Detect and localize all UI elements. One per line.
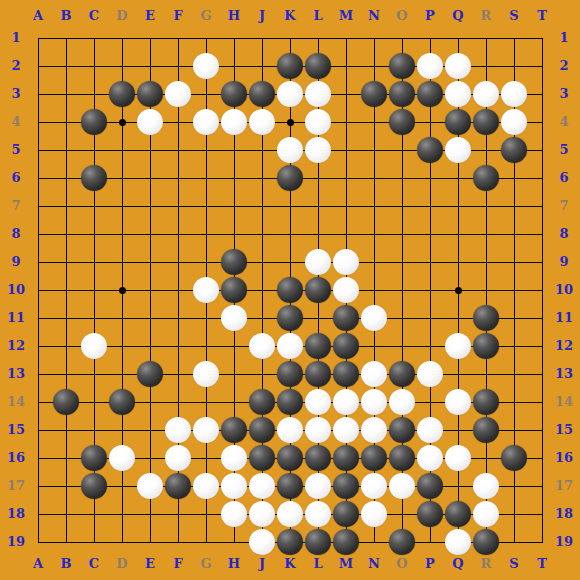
stone-black-o2[interactable] xyxy=(389,53,415,79)
row-label-left-11: 11 xyxy=(1,310,31,326)
stone-white-h16[interactable] xyxy=(221,445,247,471)
stone-black-d14[interactable] xyxy=(109,389,135,415)
stone-black-c4[interactable] xyxy=(81,109,107,135)
stone-black-r12[interactable] xyxy=(473,333,499,359)
row-label-right-6: 6 xyxy=(549,170,579,186)
go-board-app: AABBCCDDEEFFGGHHJJKKLLMMNNOOPPQQRRSSTT11… xyxy=(0,0,580,580)
column-label-bottom-l: L xyxy=(303,556,333,572)
stone-black-h3[interactable] xyxy=(221,81,247,107)
column-label-top-q: Q xyxy=(443,8,473,24)
stone-black-m11[interactable] xyxy=(333,305,359,331)
stone-white-p16[interactable] xyxy=(417,445,443,471)
stone-black-r14[interactable] xyxy=(473,389,499,415)
stone-black-m13[interactable] xyxy=(333,361,359,387)
column-label-top-e: E xyxy=(135,8,165,24)
column-label-bottom-d: D xyxy=(107,556,137,572)
stone-white-l4[interactable] xyxy=(305,109,331,135)
stone-black-n16[interactable] xyxy=(361,445,387,471)
stone-white-m15[interactable] xyxy=(333,417,359,443)
column-label-top-s: S xyxy=(499,8,529,24)
column-label-bottom-k: K xyxy=(275,556,305,572)
stone-white-g4[interactable] xyxy=(193,109,219,135)
stone-black-m18[interactable] xyxy=(333,501,359,527)
column-label-top-b: B xyxy=(51,8,81,24)
stone-black-r6[interactable] xyxy=(473,165,499,191)
row-label-left-12: 12 xyxy=(1,338,31,354)
row-label-left-17: 17 xyxy=(1,478,31,494)
star-point-d4 xyxy=(119,119,126,126)
stone-black-c6[interactable] xyxy=(81,165,107,191)
stone-black-r19[interactable] xyxy=(473,529,499,555)
stone-black-l13[interactable] xyxy=(305,361,331,387)
row-label-left-8: 8 xyxy=(1,226,31,242)
column-label-bottom-t: T xyxy=(527,556,557,572)
stone-white-g15[interactable] xyxy=(193,417,219,443)
stone-white-r17[interactable] xyxy=(473,473,499,499)
stone-white-p13[interactable] xyxy=(417,361,443,387)
stone-black-o3[interactable] xyxy=(389,81,415,107)
stone-black-k10[interactable] xyxy=(277,277,303,303)
stone-black-l19[interactable] xyxy=(305,529,331,555)
stone-white-o14[interactable] xyxy=(389,389,415,415)
stone-white-s3[interactable] xyxy=(501,81,527,107)
column-label-top-k: K xyxy=(275,8,305,24)
stone-black-e13[interactable] xyxy=(137,361,163,387)
stone-black-o4[interactable] xyxy=(389,109,415,135)
stone-white-n15[interactable] xyxy=(361,417,387,443)
row-label-left-13: 13 xyxy=(1,366,31,382)
row-label-left-15: 15 xyxy=(1,422,31,438)
stone-white-q5[interactable] xyxy=(445,137,471,163)
row-label-left-10: 10 xyxy=(1,282,31,298)
stone-black-m16[interactable] xyxy=(333,445,359,471)
stone-black-p18[interactable] xyxy=(417,501,443,527)
row-label-right-17: 17 xyxy=(549,478,579,494)
stone-black-j3[interactable] xyxy=(249,81,275,107)
column-label-bottom-p: P xyxy=(415,556,445,572)
stone-white-k18[interactable] xyxy=(277,501,303,527)
stone-black-k13[interactable] xyxy=(277,361,303,387)
stone-black-s16[interactable] xyxy=(501,445,527,471)
stone-white-g10[interactable] xyxy=(193,277,219,303)
stone-black-p17[interactable] xyxy=(417,473,443,499)
stone-white-h11[interactable] xyxy=(221,305,247,331)
stone-black-f17[interactable] xyxy=(165,473,191,499)
row-label-left-3: 3 xyxy=(1,86,31,102)
row-label-left-16: 16 xyxy=(1,450,31,466)
stone-black-l16[interactable] xyxy=(305,445,331,471)
stone-white-q16[interactable] xyxy=(445,445,471,471)
stone-white-f16[interactable] xyxy=(165,445,191,471)
stone-white-m9[interactable] xyxy=(333,249,359,275)
stone-black-b14[interactable] xyxy=(53,389,79,415)
row-label-left-19: 19 xyxy=(1,534,31,550)
stone-white-q2[interactable] xyxy=(445,53,471,79)
row-label-right-13: 13 xyxy=(549,366,579,382)
stone-black-s5[interactable] xyxy=(501,137,527,163)
row-label-right-19: 19 xyxy=(549,534,579,550)
stone-black-m19[interactable] xyxy=(333,529,359,555)
stone-black-e3[interactable] xyxy=(137,81,163,107)
stone-black-h9[interactable] xyxy=(221,249,247,275)
column-label-bottom-s: S xyxy=(499,556,529,572)
column-label-top-a: A xyxy=(23,8,53,24)
column-label-top-c: C xyxy=(79,8,109,24)
column-label-top-g: G xyxy=(191,8,221,24)
stone-white-n13[interactable] xyxy=(361,361,387,387)
row-label-left-6: 6 xyxy=(1,170,31,186)
column-label-top-r: R xyxy=(471,8,501,24)
column-label-top-d: D xyxy=(107,8,137,24)
column-label-bottom-f: F xyxy=(163,556,193,572)
column-label-top-f: F xyxy=(163,8,193,24)
stone-black-p5[interactable] xyxy=(417,137,443,163)
row-label-right-3: 3 xyxy=(549,86,579,102)
stone-black-r11[interactable] xyxy=(473,305,499,331)
stone-black-l10[interactable] xyxy=(305,277,331,303)
stone-black-k19[interactable] xyxy=(277,529,303,555)
row-label-right-11: 11 xyxy=(549,310,579,326)
stone-white-l18[interactable] xyxy=(305,501,331,527)
row-label-right-2: 2 xyxy=(549,58,579,74)
row-label-left-9: 9 xyxy=(1,254,31,270)
stone-white-s4[interactable] xyxy=(501,109,527,135)
row-label-left-1: 1 xyxy=(1,30,31,46)
stone-white-r3[interactable] xyxy=(473,81,499,107)
stone-white-q19[interactable] xyxy=(445,529,471,555)
row-label-right-12: 12 xyxy=(549,338,579,354)
stone-white-q12[interactable] xyxy=(445,333,471,359)
grid-line-vertical xyxy=(542,38,543,543)
row-label-right-14: 14 xyxy=(549,394,579,410)
stone-white-j18[interactable] xyxy=(249,501,275,527)
stone-white-m14[interactable] xyxy=(333,389,359,415)
stone-black-k17[interactable] xyxy=(277,473,303,499)
stone-black-l2[interactable] xyxy=(305,53,331,79)
stone-black-n3[interactable] xyxy=(361,81,387,107)
stone-white-k5[interactable] xyxy=(277,137,303,163)
stone-white-h4[interactable] xyxy=(221,109,247,135)
stone-white-f3[interactable] xyxy=(165,81,191,107)
stone-white-k12[interactable] xyxy=(277,333,303,359)
stone-black-l12[interactable] xyxy=(305,333,331,359)
stone-black-c16[interactable] xyxy=(81,445,107,471)
stone-black-o16[interactable] xyxy=(389,445,415,471)
column-label-top-j: J xyxy=(247,8,277,24)
stone-white-l9[interactable] xyxy=(305,249,331,275)
stone-white-l17[interactable] xyxy=(305,473,331,499)
stone-white-j4[interactable] xyxy=(249,109,275,135)
column-label-bottom-c: C xyxy=(79,556,109,572)
column-label-top-h: H xyxy=(219,8,249,24)
stone-black-p3[interactable] xyxy=(417,81,443,107)
stone-white-k3[interactable] xyxy=(277,81,303,107)
stone-white-m10[interactable] xyxy=(333,277,359,303)
stone-black-j15[interactable] xyxy=(249,417,275,443)
stone-black-r15[interactable] xyxy=(473,417,499,443)
row-label-right-8: 8 xyxy=(549,226,579,242)
stone-white-f15[interactable] xyxy=(165,417,191,443)
row-label-right-18: 18 xyxy=(549,506,579,522)
row-label-left-2: 2 xyxy=(1,58,31,74)
star-point-q10 xyxy=(455,287,462,294)
stone-white-n17[interactable] xyxy=(361,473,387,499)
row-label-left-7: 7 xyxy=(1,198,31,214)
stone-black-k11[interactable] xyxy=(277,305,303,331)
stone-white-g17[interactable] xyxy=(193,473,219,499)
stone-white-g2[interactable] xyxy=(193,53,219,79)
column-label-top-o: O xyxy=(387,8,417,24)
row-label-right-15: 15 xyxy=(549,422,579,438)
stone-black-k16[interactable] xyxy=(277,445,303,471)
stone-black-o15[interactable] xyxy=(389,417,415,443)
stone-white-j12[interactable] xyxy=(249,333,275,359)
stone-white-p2[interactable] xyxy=(417,53,443,79)
stone-black-m17[interactable] xyxy=(333,473,359,499)
column-label-bottom-n: N xyxy=(359,556,389,572)
column-label-bottom-q: Q xyxy=(443,556,473,572)
stone-white-l3[interactable] xyxy=(305,81,331,107)
stone-white-l14[interactable] xyxy=(305,389,331,415)
stone-black-r4[interactable] xyxy=(473,109,499,135)
row-label-left-4: 4 xyxy=(1,114,31,130)
stone-black-q4[interactable] xyxy=(445,109,471,135)
column-label-bottom-b: B xyxy=(51,556,81,572)
row-label-right-7: 7 xyxy=(549,198,579,214)
column-label-top-t: T xyxy=(527,8,557,24)
stone-black-h15[interactable] xyxy=(221,417,247,443)
column-label-bottom-r: R xyxy=(471,556,501,572)
stone-white-h18[interactable] xyxy=(221,501,247,527)
stone-white-e17[interactable] xyxy=(137,473,163,499)
stone-black-d3[interactable] xyxy=(109,81,135,107)
stone-black-c17[interactable] xyxy=(81,473,107,499)
stone-white-l5[interactable] xyxy=(305,137,331,163)
stone-white-c12[interactable] xyxy=(81,333,107,359)
star-point-d10 xyxy=(119,287,126,294)
stone-white-r18[interactable] xyxy=(473,501,499,527)
column-label-top-m: M xyxy=(331,8,361,24)
stone-white-e4[interactable] xyxy=(137,109,163,135)
column-label-bottom-h: H xyxy=(219,556,249,572)
stone-white-j17[interactable] xyxy=(249,473,275,499)
stone-black-k6[interactable] xyxy=(277,165,303,191)
stone-black-q18[interactable] xyxy=(445,501,471,527)
row-label-right-16: 16 xyxy=(549,450,579,466)
row-label-left-5: 5 xyxy=(1,142,31,158)
column-label-top-n: N xyxy=(359,8,389,24)
stone-white-o17[interactable] xyxy=(389,473,415,499)
stone-white-d16[interactable] xyxy=(109,445,135,471)
stone-white-n11[interactable] xyxy=(361,305,387,331)
row-label-right-9: 9 xyxy=(549,254,579,270)
stone-black-k2[interactable] xyxy=(277,53,303,79)
stone-white-g13[interactable] xyxy=(193,361,219,387)
stone-black-o19[interactable] xyxy=(389,529,415,555)
star-point-k4 xyxy=(287,119,294,126)
stone-white-l15[interactable] xyxy=(305,417,331,443)
row-label-right-1: 1 xyxy=(549,30,579,46)
row-label-left-18: 18 xyxy=(1,506,31,522)
stone-white-n18[interactable] xyxy=(361,501,387,527)
stone-white-j19[interactable] xyxy=(249,529,275,555)
column-label-bottom-a: A xyxy=(23,556,53,572)
stone-white-n14[interactable] xyxy=(361,389,387,415)
column-label-top-l: L xyxy=(303,8,333,24)
row-label-right-4: 4 xyxy=(549,114,579,130)
row-label-right-5: 5 xyxy=(549,142,579,158)
column-label-bottom-m: M xyxy=(331,556,361,572)
column-label-bottom-j: J xyxy=(247,556,277,572)
stone-white-q14[interactable] xyxy=(445,389,471,415)
stone-black-o13[interactable] xyxy=(389,361,415,387)
stone-black-k14[interactable] xyxy=(277,389,303,415)
stone-white-p15[interactable] xyxy=(417,417,443,443)
stone-white-k15[interactable] xyxy=(277,417,303,443)
stone-white-h17[interactable] xyxy=(221,473,247,499)
stone-white-q3[interactable] xyxy=(445,81,471,107)
column-label-top-p: P xyxy=(415,8,445,24)
column-label-bottom-o: O xyxy=(387,556,417,572)
stone-black-m12[interactable] xyxy=(333,333,359,359)
stone-black-j16[interactable] xyxy=(249,445,275,471)
column-label-bottom-g: G xyxy=(191,556,221,572)
row-label-right-10: 10 xyxy=(549,282,579,298)
stone-black-j14[interactable] xyxy=(249,389,275,415)
row-label-left-14: 14 xyxy=(1,394,31,410)
column-label-bottom-e: E xyxy=(135,556,165,572)
stone-black-h10[interactable] xyxy=(221,277,247,303)
